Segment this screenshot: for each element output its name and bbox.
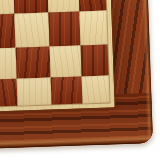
board-squares-grid	[0, 0, 110, 112]
square-f1[interactable]	[17, 78, 52, 106]
square-g1[interactable]	[51, 76, 83, 104]
photo-canvas	[0, 0, 160, 160]
square-e3[interactable]	[0, 14, 16, 49]
square-f4[interactable]	[13, 0, 48, 14]
square-h3[interactable]	[79, 11, 107, 46]
square-g2[interactable]	[50, 45, 82, 77]
square-e4[interactable]	[0, 0, 14, 15]
chess-board	[0, 0, 153, 155]
square-f3[interactable]	[14, 13, 49, 48]
square-h1[interactable]	[82, 76, 110, 104]
square-g3[interactable]	[48, 11, 80, 46]
square-e2[interactable]	[0, 48, 17, 80]
square-f2[interactable]	[16, 47, 51, 79]
square-h2[interactable]	[81, 45, 109, 77]
square-e1[interactable]	[0, 79, 18, 107]
